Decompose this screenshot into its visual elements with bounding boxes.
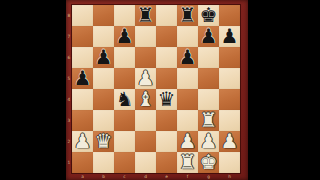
square-h5[interactable] <box>219 68 240 89</box>
file-label-c: c <box>117 174 132 179</box>
square-a2[interactable]: ♟ <box>72 131 93 152</box>
square-g7[interactable]: ♟ <box>198 26 219 47</box>
square-e8[interactable] <box>156 5 177 26</box>
piece-black-pawn[interactable]: ♟ <box>95 47 113 68</box>
square-d3[interactable] <box>135 110 156 131</box>
square-b6[interactable]: ♟ <box>93 47 114 68</box>
square-a5[interactable]: ♟ <box>72 68 93 89</box>
square-h6[interactable] <box>219 47 240 68</box>
rank-label-2: 2 <box>67 134 71 149</box>
square-g6[interactable] <box>198 47 219 68</box>
square-b2[interactable]: ♛ <box>93 131 114 152</box>
piece-white-rook[interactable]: ♜ <box>179 152 197 173</box>
rank-label-3: 3 <box>67 113 71 128</box>
square-d2[interactable] <box>135 131 156 152</box>
rank-label-5: 5 <box>67 71 71 86</box>
file-label-f: f <box>180 174 195 179</box>
chess-board: ♜♜♚♟♟♟♟♟♟♟♞♝♛♜♟♛♟♟♟♜♚ <box>72 5 240 173</box>
file-label-a: a <box>75 174 90 179</box>
file-label-b: b <box>96 174 111 179</box>
piece-white-rook[interactable]: ♜ <box>200 110 218 131</box>
square-c7[interactable]: ♟ <box>114 26 135 47</box>
square-f6[interactable]: ♟ <box>177 47 198 68</box>
chess-board-screenshot: 87654321 abcdefgh ♜♜♚♟♟♟♟♟♟♟♞♝♛♜♟♛♟♟♟♜♚ <box>0 0 320 180</box>
square-e2[interactable] <box>156 131 177 152</box>
piece-white-pawn[interactable]: ♟ <box>74 131 92 152</box>
square-h2[interactable]: ♟ <box>219 131 240 152</box>
piece-black-pawn[interactable]: ♟ <box>116 26 134 47</box>
piece-white-pawn[interactable]: ♟ <box>221 131 239 152</box>
rank-label-7: 7 <box>67 29 71 44</box>
square-c2[interactable] <box>114 131 135 152</box>
square-g1[interactable]: ♚ <box>198 152 219 173</box>
piece-black-rook[interactable]: ♜ <box>137 5 155 26</box>
square-b5[interactable] <box>93 68 114 89</box>
square-f5[interactable] <box>177 68 198 89</box>
square-a8[interactable] <box>72 5 93 26</box>
rank-label-8: 8 <box>67 8 71 23</box>
piece-black-pawn[interactable]: ♟ <box>74 68 92 89</box>
square-h4[interactable] <box>219 89 240 110</box>
piece-white-queen[interactable]: ♛ <box>95 131 113 152</box>
square-c6[interactable] <box>114 47 135 68</box>
piece-black-pawn[interactable]: ♟ <box>200 26 218 47</box>
rank-label-1: 1 <box>67 155 71 170</box>
file-label-g: g <box>201 174 216 179</box>
square-b4[interactable] <box>93 89 114 110</box>
square-f1[interactable]: ♜ <box>177 152 198 173</box>
square-c1[interactable] <box>114 152 135 173</box>
square-f8[interactable]: ♜ <box>177 5 198 26</box>
square-d4[interactable]: ♝ <box>135 89 156 110</box>
piece-white-king[interactable]: ♚ <box>200 152 218 173</box>
piece-black-king[interactable]: ♚ <box>200 5 218 26</box>
square-h7[interactable]: ♟ <box>219 26 240 47</box>
square-d1[interactable] <box>135 152 156 173</box>
piece-white-pawn[interactable]: ♟ <box>179 131 197 152</box>
file-label-e: e <box>159 174 174 179</box>
square-b8[interactable] <box>93 5 114 26</box>
piece-white-pawn[interactable]: ♟ <box>200 131 218 152</box>
square-g5[interactable] <box>198 68 219 89</box>
square-d8[interactable]: ♜ <box>135 5 156 26</box>
square-h1[interactable] <box>219 152 240 173</box>
file-coordinate-labels: abcdefgh <box>72 173 240 180</box>
square-e1[interactable] <box>156 152 177 173</box>
square-e4[interactable]: ♛ <box>156 89 177 110</box>
square-b1[interactable] <box>93 152 114 173</box>
rank-label-6: 6 <box>67 50 71 65</box>
piece-white-pawn[interactable]: ♟ <box>137 68 155 89</box>
rank-label-4: 4 <box>67 92 71 107</box>
square-e3[interactable] <box>156 110 177 131</box>
piece-black-knight[interactable]: ♞ <box>116 89 134 110</box>
piece-black-pawn[interactable]: ♟ <box>221 26 239 47</box>
piece-black-pawn[interactable]: ♟ <box>179 47 197 68</box>
file-label-h: h <box>222 174 237 179</box>
square-f4[interactable] <box>177 89 198 110</box>
square-a7[interactable] <box>72 26 93 47</box>
board-frame: 87654321 abcdefgh ♜♜♚♟♟♟♟♟♟♟♞♝♛♜♟♛♟♟♟♜♚ <box>66 0 248 180</box>
square-e7[interactable] <box>156 26 177 47</box>
square-a1[interactable] <box>72 152 93 173</box>
piece-white-bishop[interactable]: ♝ <box>137 89 155 110</box>
file-label-d: d <box>138 174 153 179</box>
square-e6[interactable] <box>156 47 177 68</box>
square-c4[interactable]: ♞ <box>114 89 135 110</box>
square-d7[interactable] <box>135 26 156 47</box>
square-c3[interactable] <box>114 110 135 131</box>
piece-black-queen[interactable]: ♛ <box>158 89 176 110</box>
square-a4[interactable] <box>72 89 93 110</box>
piece-black-rook[interactable]: ♜ <box>179 5 197 26</box>
